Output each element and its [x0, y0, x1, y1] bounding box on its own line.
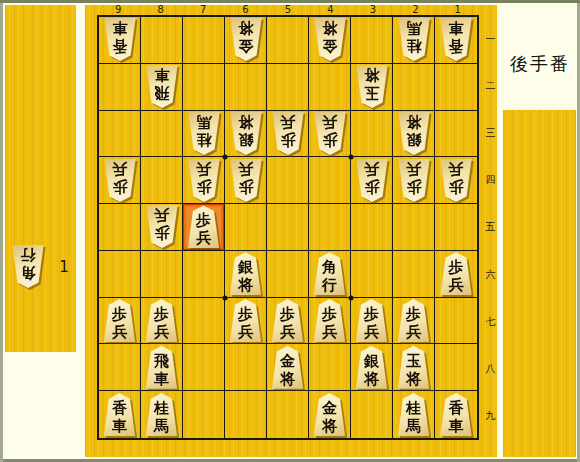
piece-kanji: 兵	[449, 160, 464, 178]
piece-face: 桂馬	[187, 112, 221, 155]
square-96[interactable]	[99, 251, 141, 298]
rank-label-4: 四	[484, 157, 497, 204]
square-66[interactable]: 銀将	[225, 251, 267, 298]
square-43[interactable]: 歩兵	[309, 111, 351, 158]
piece-kanji: 角	[21, 264, 36, 282]
gote-pawn-74[interactable]: 歩兵	[187, 159, 221, 202]
square-12[interactable]	[435, 64, 477, 111]
piece-face: 金将	[229, 18, 263, 61]
rank-label-5: 五	[484, 204, 497, 251]
piece-kanji: 歩	[364, 178, 379, 196]
square-88[interactable]: 飛車	[141, 344, 183, 391]
piece-kanji: 桂	[154, 399, 169, 417]
square-36[interactable]	[351, 251, 393, 298]
piece-kanji: 馬	[406, 417, 421, 435]
piece-face: 歩兵	[103, 159, 137, 202]
piece-face: 玉将	[397, 346, 431, 389]
star-point	[349, 296, 354, 301]
file-label-2: 2	[394, 5, 436, 15]
file-label-7: 7	[182, 5, 224, 15]
piece-face: 歩兵	[355, 299, 389, 342]
square-74[interactable]: 歩兵	[183, 157, 225, 204]
sente-pawn-97[interactable]: 歩兵	[103, 299, 137, 342]
piece-kanji: 将	[364, 66, 379, 84]
file-label-5: 5	[267, 5, 309, 15]
piece-kanji: 将	[322, 19, 337, 37]
square-42[interactable]	[309, 64, 351, 111]
gote-lance-91[interactable]: 香車	[103, 18, 137, 61]
file-label-8: 8	[139, 5, 181, 15]
square-21[interactable]: 桂馬	[393, 17, 435, 64]
square-38[interactable]: 銀将	[351, 344, 393, 391]
rank-labels: 一二三四五六七八九	[484, 15, 497, 440]
piece-face: 金将	[313, 18, 347, 61]
square-39[interactable]	[351, 391, 393, 438]
square-55[interactable]	[267, 204, 309, 251]
gote-pawn-85[interactable]: 歩兵	[145, 205, 179, 248]
sente-gold-58[interactable]: 金将	[271, 346, 305, 389]
piece-kanji: 歩	[154, 224, 169, 242]
piece-kanji: 銀	[364, 352, 379, 370]
piece-face: 銀将	[229, 252, 263, 295]
piece-kanji: 車	[112, 19, 127, 37]
file-label-6: 6	[224, 5, 266, 15]
piece-kanji: 歩	[322, 305, 337, 323]
sente-pawn-16[interactable]: 歩兵	[439, 252, 473, 295]
piece-kanji: 歩	[196, 211, 211, 229]
piece-face: 歩兵	[397, 159, 431, 202]
square-48[interactable]	[309, 344, 351, 391]
gote-pawn-53[interactable]: 歩兵	[271, 112, 305, 155]
piece-kanji: 桂	[406, 37, 421, 55]
square-15[interactable]	[435, 204, 477, 251]
square-54[interactable]	[267, 157, 309, 204]
piece-face: 銀将	[229, 112, 263, 155]
gote-pawn-94[interactable]: 歩兵	[103, 159, 137, 202]
square-76[interactable]	[183, 251, 225, 298]
gote-knight-21[interactable]: 桂馬	[397, 18, 431, 61]
square-51[interactable]	[267, 17, 309, 64]
piece-face: 歩兵	[271, 299, 305, 342]
sente-pawn-47[interactable]: 歩兵	[313, 299, 347, 342]
piece-kanji: 歩	[449, 258, 464, 276]
piece-kanji: 車	[449, 19, 464, 37]
square-68[interactable]	[225, 344, 267, 391]
sente-knight-29[interactable]: 桂馬	[397, 393, 431, 436]
gote-pawn-14[interactable]: 歩兵	[439, 159, 473, 202]
piece-face: 桂馬	[397, 393, 431, 436]
piece-face: 歩兵	[397, 299, 431, 342]
piece-kanji: 将	[238, 113, 253, 131]
sente-silver-66[interactable]: 銀将	[229, 252, 263, 295]
square-79[interactable]	[183, 391, 225, 438]
gote-hand-bishop-face: 角行	[11, 245, 45, 288]
piece-face: 歩兵	[103, 299, 137, 342]
sente-bishop-46[interactable]: 角行	[313, 252, 347, 295]
piece-kanji: 将	[238, 19, 253, 37]
square-84[interactable]	[141, 157, 183, 204]
square-58[interactable]: 金将	[267, 344, 309, 391]
sente-silver-38[interactable]: 銀将	[355, 346, 389, 389]
rank-label-9: 九	[484, 393, 497, 440]
piece-kanji: 兵	[196, 160, 211, 178]
square-25[interactable]	[393, 204, 435, 251]
board-grid: 香車金将金将桂馬香車飛車玉将桂馬銀将歩兵歩兵銀将歩兵歩兵歩兵歩兵歩兵歩兵歩兵歩兵…	[97, 15, 479, 440]
gote-piece-stand: 角行 1	[5, 5, 76, 352]
gote-silver-23[interactable]: 銀将	[397, 112, 431, 155]
piece-face: 香車	[439, 18, 473, 61]
piece-face: 歩兵	[187, 205, 221, 248]
piece-kanji: 兵	[112, 160, 127, 178]
sente-pawn-57[interactable]: 歩兵	[271, 299, 305, 342]
piece-kanji: 歩	[406, 305, 421, 323]
piece-face: 飛車	[145, 346, 179, 389]
piece-face: 銀将	[397, 112, 431, 155]
square-99[interactable]: 香車	[99, 391, 141, 438]
square-86[interactable]	[141, 251, 183, 298]
piece-kanji: 飛	[154, 84, 169, 102]
piece-kanji: 馬	[406, 19, 421, 37]
gote-hand-bishop[interactable]: 角行	[11, 245, 45, 288]
piece-kanji: 将	[406, 113, 421, 131]
square-64[interactable]: 歩兵	[225, 157, 267, 204]
gote-lance-11[interactable]: 香車	[439, 18, 473, 61]
piece-kanji: 玉	[364, 84, 379, 102]
square-28[interactable]: 玉将	[393, 344, 435, 391]
sente-pawn-67[interactable]: 歩兵	[229, 299, 263, 342]
square-19[interactable]: 香車	[435, 391, 477, 438]
piece-kanji: 香	[449, 37, 464, 55]
piece-kanji: 車	[449, 417, 464, 435]
piece-kanji: 銀	[406, 131, 421, 149]
piece-face: 歩兵	[145, 299, 179, 342]
square-37[interactable]: 歩兵	[351, 298, 393, 345]
gote-pawn-34[interactable]: 歩兵	[355, 159, 389, 202]
piece-kanji: 歩	[238, 305, 253, 323]
square-72[interactable]	[183, 64, 225, 111]
square-89[interactable]: 桂馬	[141, 391, 183, 438]
piece-kanji: 歩	[280, 305, 295, 323]
square-82[interactable]: 飛車	[141, 64, 183, 111]
square-83[interactable]	[141, 111, 183, 158]
square-85[interactable]: 歩兵	[141, 204, 183, 251]
piece-kanji: 金	[280, 352, 295, 370]
square-17[interactable]	[435, 298, 477, 345]
sente-pawn-75[interactable]: 歩兵	[187, 205, 221, 248]
piece-face: 桂馬	[145, 393, 179, 436]
file-label-1: 1	[437, 5, 479, 15]
square-47[interactable]: 歩兵	[309, 298, 351, 345]
square-18[interactable]	[435, 344, 477, 391]
piece-kanji: 兵	[112, 323, 127, 341]
board-area: 987654321 香車金将金将桂馬香車飛車玉将桂馬銀将歩兵歩兵銀将歩兵歩兵歩兵…	[85, 5, 497, 457]
square-49[interactable]: 金将	[309, 391, 351, 438]
piece-kanji: 銀	[238, 258, 253, 276]
piece-face: 歩兵	[439, 159, 473, 202]
piece-kanji: 歩	[154, 305, 169, 323]
piece-kanji: 兵	[364, 323, 379, 341]
square-27[interactable]: 歩兵	[393, 298, 435, 345]
square-44[interactable]	[309, 157, 351, 204]
piece-kanji: 将	[238, 276, 253, 294]
square-24[interactable]: 歩兵	[393, 157, 435, 204]
piece-face: 歩兵	[229, 159, 263, 202]
square-33[interactable]	[351, 111, 393, 158]
square-59[interactable]	[267, 391, 309, 438]
square-16[interactable]: 歩兵	[435, 251, 477, 298]
square-26[interactable]	[393, 251, 435, 298]
piece-face: 飛車	[145, 65, 179, 108]
piece-kanji: 兵	[449, 276, 464, 294]
square-98[interactable]	[99, 344, 141, 391]
file-label-4: 4	[309, 5, 351, 15]
square-41[interactable]: 金将	[309, 17, 351, 64]
gote-hand-bishop-count: 1	[54, 258, 74, 276]
piece-face: 歩兵	[229, 299, 263, 342]
piece-face: 桂馬	[397, 18, 431, 61]
square-61[interactable]: 金将	[225, 17, 267, 64]
piece-kanji: 車	[154, 66, 169, 84]
piece-kanji: 歩	[238, 178, 253, 196]
piece-kanji: 兵	[238, 160, 253, 178]
piece-kanji: 兵	[238, 323, 253, 341]
piece-face: 銀将	[355, 346, 389, 389]
square-69[interactable]	[225, 391, 267, 438]
piece-kanji: 兵	[322, 323, 337, 341]
piece-kanji: 兵	[196, 229, 211, 247]
piece-kanji: 兵	[406, 160, 421, 178]
sente-king-28[interactable]: 玉将	[397, 346, 431, 389]
piece-kanji: 将	[364, 370, 379, 388]
piece-kanji: 車	[112, 417, 127, 435]
sente-lance-99[interactable]: 香車	[103, 393, 137, 436]
square-81[interactable]	[141, 17, 183, 64]
square-92[interactable]	[99, 64, 141, 111]
square-22[interactable]	[393, 64, 435, 111]
file-labels: 987654321	[97, 5, 479, 15]
square-77[interactable]	[183, 298, 225, 345]
rank-label-2: 二	[484, 62, 497, 109]
square-93[interactable]	[99, 111, 141, 158]
piece-kanji: 行	[21, 246, 36, 264]
piece-kanji: 歩	[280, 131, 295, 149]
gote-pawn-43[interactable]: 歩兵	[313, 112, 347, 155]
rank-label-8: 八	[484, 346, 497, 393]
square-35[interactable]	[351, 204, 393, 251]
piece-kanji: 玉	[406, 352, 421, 370]
piece-kanji: 飛	[154, 352, 169, 370]
piece-face: 香車	[103, 18, 137, 61]
piece-kanji: 香	[112, 37, 127, 55]
star-point	[349, 155, 354, 160]
piece-kanji: 歩	[449, 178, 464, 196]
square-91[interactable]: 香車	[99, 17, 141, 64]
piece-kanji: 金	[238, 37, 253, 55]
gote-gold-61[interactable]: 金将	[229, 18, 263, 61]
piece-kanji: 銀	[238, 131, 253, 149]
piece-kanji: 将	[406, 370, 421, 388]
file-label-3: 3	[352, 5, 394, 15]
piece-kanji: 行	[322, 276, 337, 294]
piece-face: 玉将	[355, 65, 389, 108]
piece-kanji: 馬	[196, 113, 211, 131]
piece-kanji: 兵	[154, 323, 169, 341]
piece-face: 歩兵	[313, 299, 347, 342]
piece-kanji: 兵	[364, 160, 379, 178]
shogi-app-window: 角行 1 987654321 香車金将金将桂馬香車飛車玉将桂馬銀将歩兵歩兵銀将歩…	[0, 0, 580, 462]
turn-indicator: 後手番	[503, 52, 577, 76]
square-78[interactable]	[183, 344, 225, 391]
piece-kanji: 馬	[154, 417, 169, 435]
square-97[interactable]: 歩兵	[99, 298, 141, 345]
piece-kanji: 兵	[280, 323, 295, 341]
star-point	[223, 296, 228, 301]
piece-kanji: 将	[280, 370, 295, 388]
piece-face: 歩兵	[355, 159, 389, 202]
square-13[interactable]	[435, 111, 477, 158]
sente-pawn-87[interactable]: 歩兵	[145, 299, 179, 342]
square-45[interactable]	[309, 204, 351, 251]
rank-label-3: 三	[484, 109, 497, 156]
square-29[interactable]: 桂馬	[393, 391, 435, 438]
rank-label-7: 七	[484, 298, 497, 345]
rank-label-1: 一	[484, 15, 497, 62]
gote-knight-73[interactable]: 桂馬	[187, 112, 221, 155]
piece-face: 金将	[313, 393, 347, 436]
square-87[interactable]: 歩兵	[141, 298, 183, 345]
square-52[interactable]	[267, 64, 309, 111]
square-34[interactable]: 歩兵	[351, 157, 393, 204]
square-73[interactable]: 桂馬	[183, 111, 225, 158]
piece-face: 香車	[103, 393, 137, 436]
square-67[interactable]: 歩兵	[225, 298, 267, 345]
square-46[interactable]: 角行	[309, 251, 351, 298]
piece-kanji: 歩	[196, 178, 211, 196]
piece-kanji: 兵	[280, 113, 295, 131]
sente-pawn-37[interactable]: 歩兵	[355, 299, 389, 342]
square-53[interactable]: 歩兵	[267, 111, 309, 158]
piece-face: 歩兵	[187, 159, 221, 202]
file-label-9: 9	[97, 5, 139, 15]
square-75[interactable]: 歩兵	[183, 204, 225, 251]
piece-kanji: 車	[154, 370, 169, 388]
piece-face: 歩兵	[145, 205, 179, 248]
piece-kanji: 香	[112, 399, 127, 417]
square-23[interactable]: 銀将	[393, 111, 435, 158]
piece-kanji: 角	[322, 258, 337, 276]
gote-king-32[interactable]: 玉将	[355, 65, 389, 108]
piece-kanji: 金	[322, 37, 337, 55]
piece-kanji: 将	[322, 417, 337, 435]
sente-piece-stand	[503, 110, 576, 457]
piece-face: 歩兵	[271, 112, 305, 155]
piece-kanji: 金	[322, 399, 337, 417]
piece-kanji: 香	[449, 399, 464, 417]
square-71[interactable]	[183, 17, 225, 64]
square-95[interactable]	[99, 204, 141, 251]
gote-pawn-64[interactable]: 歩兵	[229, 159, 263, 202]
sente-lance-19[interactable]: 香車	[439, 393, 473, 436]
piece-kanji: 歩	[322, 131, 337, 149]
piece-face: 歩兵	[313, 112, 347, 155]
star-point	[223, 155, 228, 160]
gote-silver-63[interactable]: 銀将	[229, 112, 263, 155]
piece-kanji: 桂	[406, 399, 421, 417]
square-62[interactable]	[225, 64, 267, 111]
square-65[interactable]	[225, 204, 267, 251]
sente-gold-49[interactable]: 金将	[313, 393, 347, 436]
square-94[interactable]: 歩兵	[99, 157, 141, 204]
piece-kanji: 歩	[112, 178, 127, 196]
gote-pawn-24[interactable]: 歩兵	[397, 159, 431, 202]
piece-kanji: 兵	[322, 113, 337, 131]
square-63[interactable]: 銀将	[225, 111, 267, 158]
piece-face: 金将	[271, 346, 305, 389]
sente-knight-89[interactable]: 桂馬	[145, 393, 179, 436]
piece-kanji: 桂	[196, 131, 211, 149]
rank-label-6: 六	[484, 251, 497, 298]
piece-face: 角行	[313, 252, 347, 295]
sente-rook-88[interactable]: 飛車	[145, 346, 179, 389]
sente-pawn-27[interactable]: 歩兵	[397, 299, 431, 342]
piece-face: 香車	[439, 393, 473, 436]
square-11[interactable]: 香車	[435, 17, 477, 64]
piece-kanji: 兵	[406, 323, 421, 341]
square-31[interactable]	[351, 17, 393, 64]
gote-rook-82[interactable]: 飛車	[145, 65, 179, 108]
square-57[interactable]: 歩兵	[267, 298, 309, 345]
piece-face: 歩兵	[439, 252, 473, 295]
square-14[interactable]: 歩兵	[435, 157, 477, 204]
square-56[interactable]	[267, 251, 309, 298]
piece-kanji: 兵	[154, 206, 169, 224]
square-32[interactable]: 玉将	[351, 64, 393, 111]
piece-kanji: 歩	[406, 178, 421, 196]
piece-kanji: 歩	[112, 305, 127, 323]
gote-gold-41[interactable]: 金将	[313, 18, 347, 61]
piece-kanji: 歩	[364, 305, 379, 323]
